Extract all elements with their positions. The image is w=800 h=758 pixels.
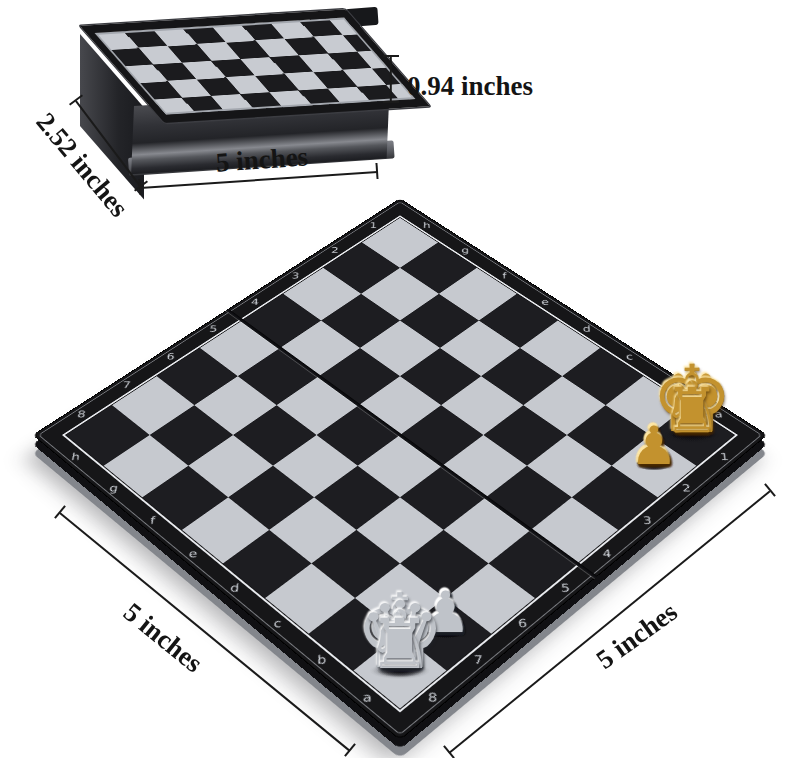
file-label-h: h [423,221,431,230]
dimension-label-folded-height: 0.94 inches [407,71,533,102]
piece-gold-pawn-a2: ♟ [630,419,677,472]
rank-label-2: 2 [331,245,339,254]
file-label-c: c [625,351,633,361]
file-label-c: c [273,617,281,630]
file-label-d: d [229,581,239,594]
dimension-end-tick [344,743,356,757]
rank-label-8: 8 [428,690,438,704]
file-label-e: e [188,547,198,559]
dimension-end-tick [383,101,399,103]
file-label-e: e [541,297,549,307]
file-label-g: g [108,482,118,493]
rank-label-7: 7 [474,653,484,666]
dimension-label-open-right-width: 5 inches [591,596,684,675]
rank-label-8: 8 [77,409,87,420]
file-label-g: g [461,245,469,254]
rank-label-3: 3 [292,271,300,280]
rank-label-5: 5 [209,324,218,334]
file-label-d: d [582,324,591,334]
rank-label-4: 4 [602,547,612,559]
dimension-line [390,57,392,103]
dimension-end-tick [383,55,399,57]
dimension-end-tick [375,163,378,179]
file-label-a: a [362,690,371,704]
piece-silver-rook-a8: ♜ [369,610,431,679]
file-label-b: b [317,653,327,666]
file-label-h: h [70,451,80,462]
rank-label-4: 4 [251,297,259,307]
rank-label-6: 6 [518,617,528,630]
file-label-f: f [502,271,507,280]
file-label-f: f [149,514,155,526]
rank-label-6: 6 [166,351,175,361]
dimension-label-open-left-width: 5 inches [117,597,208,679]
rank-label-7: 7 [122,380,131,390]
product-photo-scene: 1122334455667788hhggffeeddccbbaa ♜♞♝♚♛♝♞… [0,0,800,758]
dimension-label-folded-width: 5 inches [215,141,309,178]
rank-label-1: 1 [370,221,378,230]
rank-label-5: 5 [561,581,571,594]
rank-label-2: 2 [682,482,692,493]
rank-label-3: 3 [643,514,653,526]
